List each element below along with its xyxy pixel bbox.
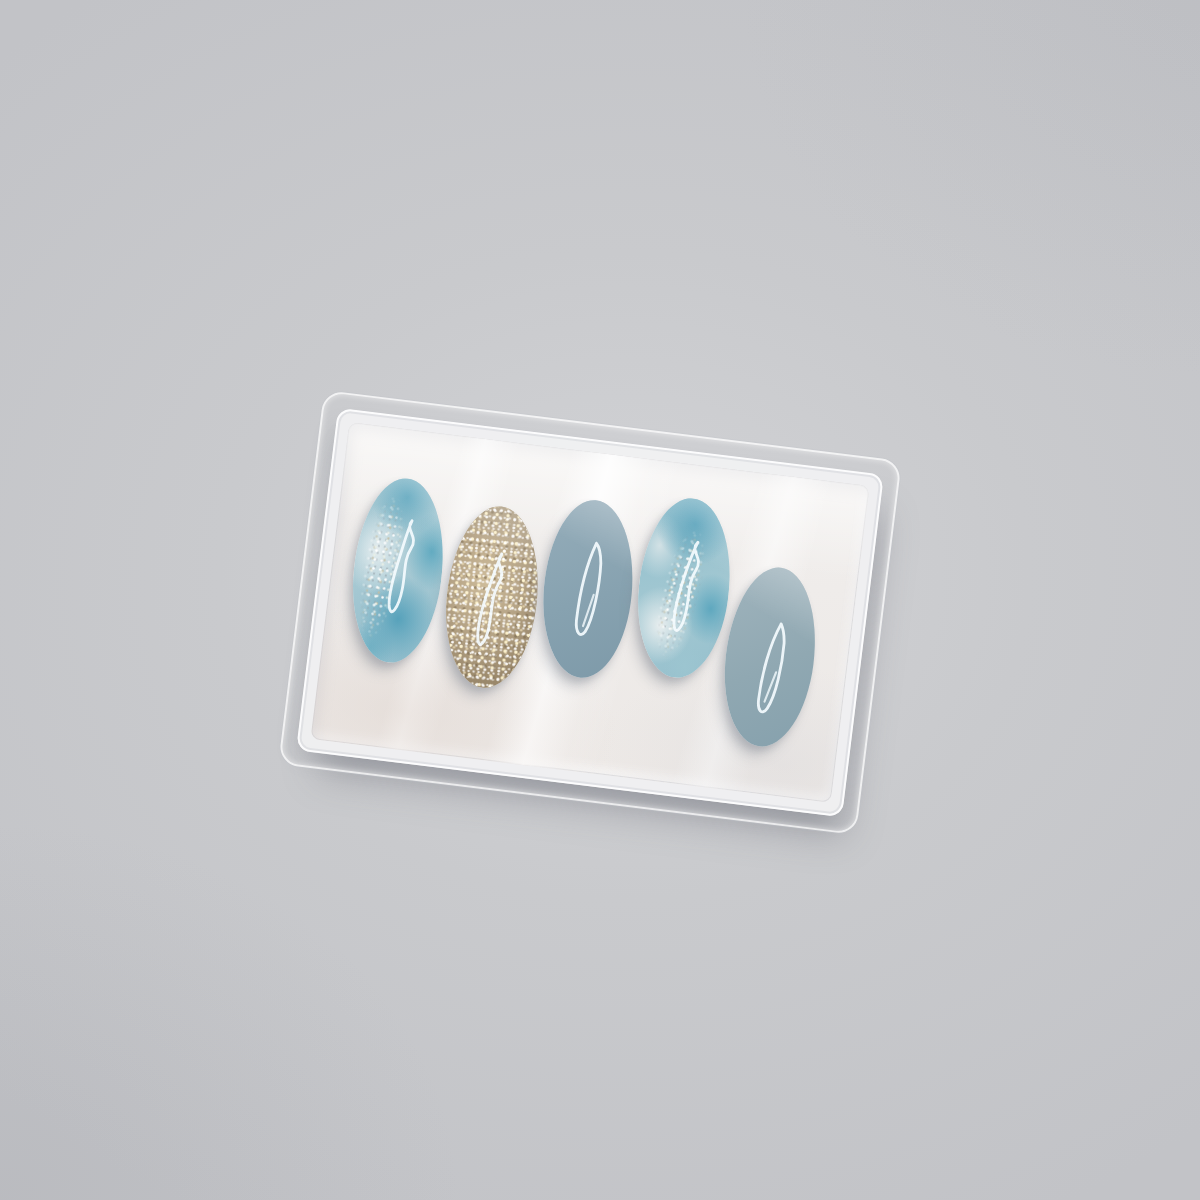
silver-glitter-band (646, 524, 715, 662)
photo-scene (0, 0, 1200, 1200)
